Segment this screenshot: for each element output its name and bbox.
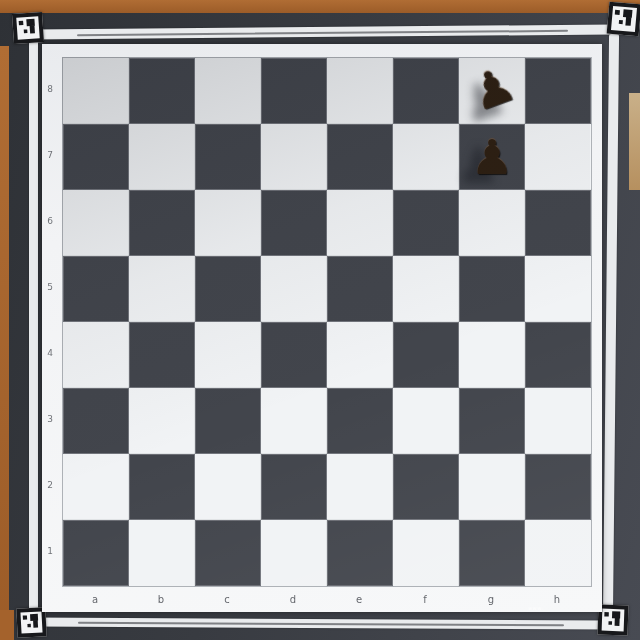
wood-table-edge-bottom-left [0,610,14,640]
rank-label-5: 5 [42,282,58,292]
frame-line-scuff [78,622,564,627]
square-d6[interactable] [261,190,327,256]
board-paper-margin: ♟♟ 87654321 abcdefgh [42,44,602,612]
square-h2[interactable] [525,454,591,520]
square-h3[interactable] [525,388,591,454]
square-a5[interactable] [63,256,129,322]
square-g3[interactable] [459,388,525,454]
rank-label-7: 7 [42,150,58,160]
square-d7[interactable] [261,124,327,190]
file-label-e: e [349,594,369,605]
square-f2[interactable] [393,454,459,520]
manufacturer-watermark: www. [528,605,588,611]
square-b4[interactable] [129,322,195,388]
square-a8[interactable] [63,58,129,124]
square-h6[interactable] [525,190,591,256]
frame-line-scuff [77,29,568,35]
mat-frame-line-right [603,34,619,618]
square-b1[interactable] [129,520,195,586]
square-c6[interactable] [195,190,261,256]
square-b8[interactable] [129,58,195,124]
square-g7[interactable]: ♟ [459,124,525,190]
square-f3[interactable] [393,388,459,454]
wood-table-edge-right [629,93,640,190]
square-f1[interactable] [393,520,459,586]
square-d4[interactable] [261,322,327,388]
mat-frame-line-bottom [32,617,610,629]
rank-label-6: 6 [42,216,58,226]
file-label-f: f [415,594,435,605]
fiducial-marker-icon [597,604,628,635]
rank-label-1: 1 [42,546,58,556]
square-b2[interactable] [129,454,195,520]
file-label-h: h [547,594,567,605]
square-c7[interactable] [195,124,261,190]
square-d1[interactable] [261,520,327,586]
square-a6[interactable] [63,190,129,256]
square-b3[interactable] [129,388,195,454]
file-label-a: a [85,594,105,605]
square-e5[interactable] [327,256,393,322]
square-f8[interactable] [393,58,459,124]
wood-table-edge-top [0,0,640,13]
file-label-b: b [151,594,171,605]
wood-table-edge-left [0,46,9,640]
fiducial-marker-icon [607,2,640,37]
square-a1[interactable] [63,520,129,586]
square-g2[interactable] [459,454,525,520]
mat-frame-line-left [29,36,38,618]
square-c4[interactable] [195,322,261,388]
square-b6[interactable] [129,190,195,256]
rank-label-4: 4 [42,348,58,358]
square-e4[interactable] [327,322,393,388]
chess-board: ♟♟ [62,57,592,587]
square-c1[interactable] [195,520,261,586]
square-f6[interactable] [393,190,459,256]
table-scene: ♟♟ 87654321 abcdefgh www. [0,0,640,640]
square-e3[interactable] [327,388,393,454]
square-d2[interactable] [261,454,327,520]
square-e6[interactable] [327,190,393,256]
square-a2[interactable] [63,454,129,520]
square-g8[interactable]: ♟ [459,58,525,124]
square-g4[interactable] [459,322,525,388]
square-d8[interactable] [261,58,327,124]
square-a3[interactable] [63,388,129,454]
file-label-c: c [217,594,237,605]
square-c2[interactable] [195,454,261,520]
square-h4[interactable] [525,322,591,388]
square-g5[interactable] [459,256,525,322]
black-pawn-g8[interactable]: ♟ [459,58,525,124]
square-e7[interactable] [327,124,393,190]
square-c3[interactable] [195,388,261,454]
square-c5[interactable] [195,256,261,322]
mat-frame-line-top [30,24,615,39]
square-e8[interactable] [327,58,393,124]
square-d3[interactable] [261,388,327,454]
square-e1[interactable] [327,520,393,586]
file-label-d: d [283,594,303,605]
square-a7[interactable] [63,124,129,190]
square-f5[interactable] [393,256,459,322]
square-b7[interactable] [129,124,195,190]
square-e2[interactable] [327,454,393,520]
square-f7[interactable] [393,124,459,190]
square-h1[interactable] [525,520,591,586]
square-h8[interactable] [525,58,591,124]
file-label-g: g [481,594,501,605]
square-g6[interactable] [459,190,525,256]
square-a4[interactable] [63,322,129,388]
black-pawn-g7[interactable]: ♟ [459,124,525,190]
square-c8[interactable] [195,58,261,124]
piece-glyph: ♟ [465,59,522,119]
square-f4[interactable] [393,322,459,388]
fiducial-marker-icon [12,12,44,44]
square-g1[interactable] [459,520,525,586]
piece-glyph: ♟ [470,133,513,181]
rank-label-8: 8 [42,84,58,94]
square-h5[interactable] [525,256,591,322]
rank-label-3: 3 [42,414,58,424]
square-b5[interactable] [129,256,195,322]
square-h7[interactable] [525,124,591,190]
rank-label-2: 2 [42,480,58,490]
square-d5[interactable] [261,256,327,322]
